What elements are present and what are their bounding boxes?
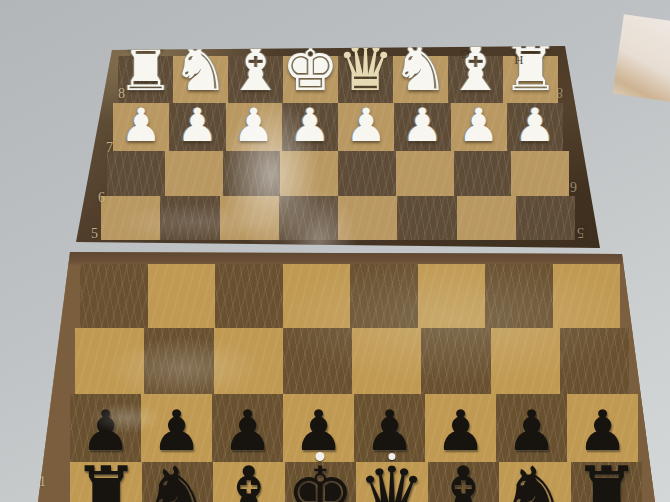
black-knight-g1: ♞ (501, 457, 569, 502)
white-bishop-g8: ♝ (447, 36, 504, 100)
square-h5[interactable] (516, 196, 575, 240)
rank-label-4: 4 (56, 264, 63, 280)
black-queen-white-finial (388, 453, 395, 460)
white-knight-f8: ♞ (392, 36, 449, 100)
square-a1[interactable]: ♜ (70, 462, 142, 502)
board-rank-1: ♜♞♝♚♛♝♞♜ (70, 462, 642, 502)
square-e8[interactable]: ♛ (338, 56, 393, 103)
board-rank-5 (101, 196, 575, 240)
rank-label-7: 7 (106, 140, 113, 156)
square-c4[interactable] (215, 264, 283, 328)
square-a7[interactable]: ♟ (113, 103, 169, 151)
black-king-white-finial (316, 452, 325, 461)
square-f8[interactable]: ♞ (393, 56, 448, 103)
board-rank-7: ♟♟♟♟♟♟♟♟ (113, 103, 563, 151)
board-bottom-half: ♟♟♟♟♟♟♟♟♜♞♝♚♛♝♞♜4321 (34, 250, 668, 502)
square-f1[interactable]: ♝ (428, 462, 500, 502)
board-top-half: ♜♞♝♚♛♞♝♜♟♟♟♟♟♟♟♟8765865GH (76, 44, 632, 250)
square-e7[interactable]: ♟ (338, 103, 394, 151)
square-c5[interactable] (220, 196, 279, 240)
square-g5[interactable] (457, 196, 516, 240)
square-d3[interactable] (283, 328, 352, 394)
square-b7[interactable]: ♟ (169, 103, 225, 151)
square-g8[interactable]: ♝ (448, 56, 503, 103)
rank-label-right-8: 8 (556, 84, 563, 100)
white-king-d8: ♚ (282, 36, 339, 100)
square-b4[interactable] (148, 264, 216, 328)
square-h8[interactable]: ♜ (503, 56, 558, 103)
square-c1[interactable]: ♝ (213, 462, 285, 502)
white-pawn-g7: ♟ (458, 102, 499, 148)
square-a3[interactable] (75, 328, 144, 394)
background-patch (613, 14, 670, 101)
square-b8[interactable]: ♞ (173, 56, 228, 103)
square-e6[interactable] (338, 151, 396, 196)
square-c7[interactable]: ♟ (226, 103, 282, 151)
black-rook-a1: ♜ (72, 457, 140, 502)
square-f5[interactable] (397, 196, 456, 240)
rank-label-8: 8 (118, 86, 125, 102)
rank-label-1: 1 (39, 474, 46, 490)
square-f7[interactable]: ♟ (394, 103, 450, 151)
square-c8[interactable]: ♝ (228, 56, 283, 103)
white-pawn-h7: ♟ (514, 102, 555, 148)
white-rook-a8: ♜ (117, 36, 174, 100)
white-knight-b8: ♞ (172, 36, 229, 100)
square-h6[interactable] (511, 151, 569, 196)
rank-label-2: 2 (43, 400, 50, 416)
white-rook-h8: ♜ (502, 36, 559, 100)
square-d8[interactable]: ♚ (283, 56, 338, 103)
black-queen-e1: ♛ (358, 457, 426, 502)
square-h7[interactable]: ♟ (507, 103, 563, 151)
square-e4[interactable] (350, 264, 418, 328)
photo-chess-scene: ♜♞♝♚♛♞♝♜♟♟♟♟♟♟♟♟8765865GH ♟♟♟♟♟♟♟♟♜♞♝♚♛♝… (0, 0, 670, 502)
white-pawn-e7: ♟ (346, 102, 387, 148)
square-b3[interactable] (144, 328, 213, 394)
square-e5[interactable] (338, 196, 397, 240)
square-a5[interactable] (101, 196, 160, 240)
square-g6[interactable] (454, 151, 512, 196)
rank-label-right-6: 6 (570, 178, 577, 194)
square-f3[interactable] (421, 328, 490, 394)
square-g3[interactable] (491, 328, 560, 394)
square-b5[interactable] (160, 196, 219, 240)
square-d5[interactable] (279, 196, 338, 240)
white-pawn-a7: ♟ (121, 102, 162, 148)
board-rank-3 (75, 328, 629, 394)
white-bishop-c8: ♝ (227, 36, 284, 100)
black-king-d1: ♚ (286, 457, 354, 502)
rank-label-right-5: 5 (577, 224, 584, 240)
square-h4[interactable] (553, 264, 621, 328)
file-label-G: G (460, 46, 469, 62)
square-d7[interactable]: ♟ (282, 103, 338, 151)
white-pawn-c7: ♟ (233, 102, 274, 148)
square-d1[interactable]: ♚ (285, 462, 357, 502)
board-rank-8: ♜♞♝♚♛♞♝♜ (118, 56, 558, 103)
square-e3[interactable] (352, 328, 421, 394)
square-a4[interactable] (80, 264, 148, 328)
square-b6[interactable] (165, 151, 223, 196)
rank-label-6: 6 (98, 190, 105, 206)
white-pawn-d7: ♟ (289, 102, 330, 148)
black-bishop-c1: ♝ (215, 457, 283, 502)
white-pawn-b7: ♟ (177, 102, 218, 148)
white-queen-e8: ♛ (337, 36, 394, 100)
rank-label-5: 5 (91, 226, 98, 242)
black-bishop-f1: ♝ (429, 457, 497, 502)
rank-label-3: 3 (49, 330, 56, 346)
white-pawn-f7: ♟ (402, 102, 443, 148)
square-d6[interactable] (280, 151, 338, 196)
square-a8[interactable]: ♜ (118, 56, 173, 103)
square-f6[interactable] (396, 151, 454, 196)
square-h1[interactable]: ♜ (571, 462, 643, 502)
board-rank-4 (80, 264, 620, 328)
square-f4[interactable] (418, 264, 486, 328)
square-b1[interactable]: ♞ (142, 462, 214, 502)
file-label-H: H (514, 52, 523, 68)
white-king-black-finial (307, 31, 314, 38)
square-g7[interactable]: ♟ (451, 103, 507, 151)
square-c3[interactable] (214, 328, 283, 394)
square-c6[interactable] (223, 151, 281, 196)
square-g4[interactable] (485, 264, 553, 328)
black-knight-b1: ♞ (143, 457, 211, 502)
black-rook-h1: ♜ (572, 457, 640, 502)
board-rank-6 (107, 151, 569, 196)
square-h3[interactable] (560, 328, 629, 394)
square-d4[interactable] (283, 264, 351, 328)
square-e1[interactable]: ♛ (356, 462, 428, 502)
square-g1[interactable]: ♞ (499, 462, 571, 502)
square-a6[interactable] (107, 151, 165, 196)
